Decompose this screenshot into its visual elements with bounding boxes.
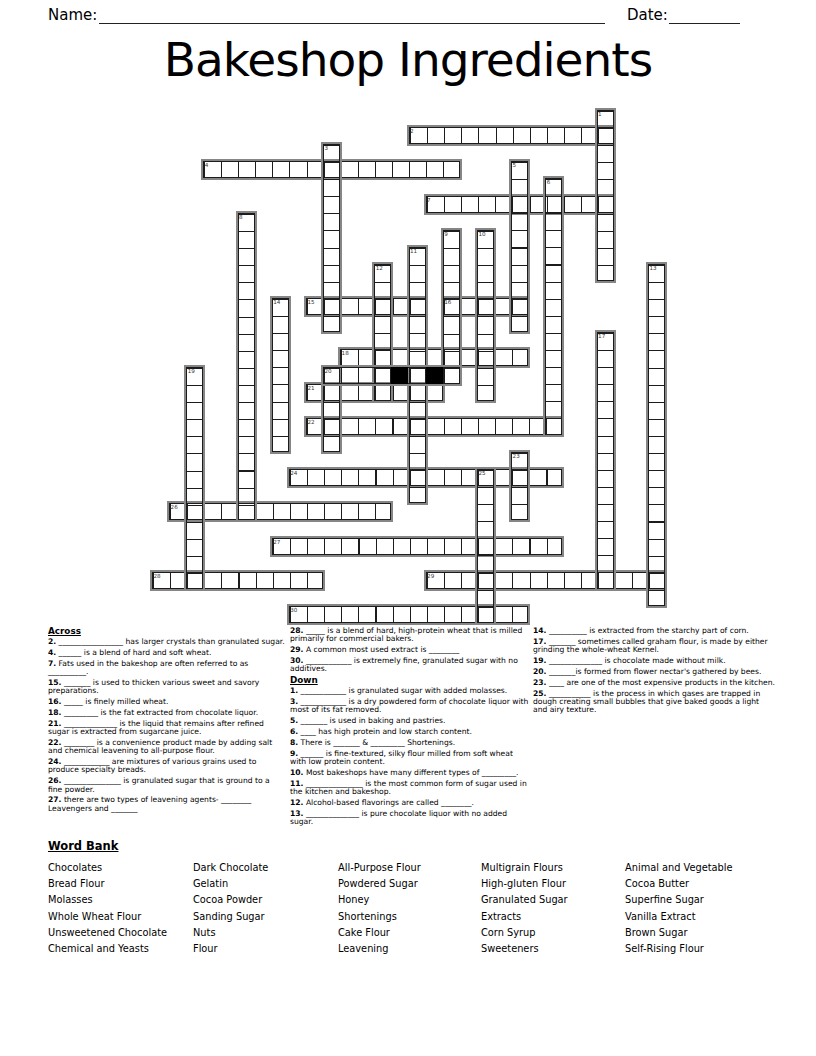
word-run-outline [270,296,291,454]
cell-dividers [426,572,665,589]
clue-item: 8. There is _______ & _________ Shorteni… [290,739,530,747]
word-bank-word: High-gluten Flour [481,876,625,892]
clue-item: 20. _______is formed from flower nectar'… [533,668,775,676]
cell-number: 25 [478,470,485,476]
clue-item: 22. ________ is a convenience product ma… [48,739,286,756]
word-run-outline [236,211,257,523]
clue-item: 27. there are two types of leavening age… [48,796,286,813]
down-clues-column: 14. __________ is extracted from the sta… [533,627,775,717]
word-run-outline [475,228,496,403]
clue-item: 6. ____ has high protein and low starch … [290,728,530,736]
middle-clues-column: 28. _____ is a blend of hard, high-prote… [290,627,530,829]
down-header: Down [290,676,530,684]
word-bank-word: Dark Chocolate [193,860,338,876]
clue-item: 28. _____ is a blend of hard, high-prote… [290,627,530,644]
word-bank-word: All-Purpose Flour [338,860,481,876]
cell-dividers [477,230,494,401]
cell-number: 7 [427,197,431,203]
word-bank-word: Sweeteners [481,941,625,957]
cell-dividers [409,127,614,144]
word-bank-word: Corn Syrup [481,925,625,941]
cell-number: 29 [427,573,434,579]
cell-dividers [272,298,289,452]
clue-item: 11. _______________ is the most common f… [290,780,530,797]
word-run-outline [321,142,342,334]
clue-item: 1. ____________ is granulated sugar with… [290,687,530,695]
cell-number: 13 [649,265,656,271]
word-bank-word: Unsweetened Chocolate [48,925,193,941]
cell-dividers [272,538,563,555]
cell-number: 27 [273,539,280,545]
cell-dividers [238,213,255,521]
cell-dividers [511,161,528,332]
word-bank-word: Shortenings [338,909,481,925]
clue-item: 16. _____ is finely milled wheat. [48,698,286,706]
across-clues-list-2: 28. _____ is a blend of hard, high-prote… [290,627,530,674]
clue-item: 29. A common most used extract is ______… [290,646,530,654]
word-bank-word: Brown Sugar [625,925,788,941]
cell-number: 15 [307,299,314,305]
cell-number: 28 [154,573,161,579]
word-bank: Word Bank ChocolatesDark ChocolateAll-Pu… [48,839,788,957]
clue-item: 18. _________ is the fat extracted from … [48,709,286,717]
clue-item: 15. _______ is used to thicken various s… [48,679,286,696]
clue-item: 30. ____________ is extremely fine, gran… [290,657,530,674]
word-bank-word: Animal and Vegetable [625,860,788,876]
cell-number: 20 [325,368,332,374]
cell-number: 19 [188,368,195,374]
cell-number: 30 [290,607,297,613]
word-bank-word: Leavening [338,941,481,957]
word-run-outline [543,176,564,437]
word-run-outline [441,228,462,386]
down-clues-list-2: 14. __________ is extracted from the sta… [533,627,775,715]
clue-item: 25. ___________ is the process in which … [533,690,775,715]
cell-dividers [477,469,494,623]
clue-item: 7. Fats used in the bakeshop are often r… [48,660,286,677]
clue-item: 9. ______ is fine-textured, silky flour … [290,750,530,767]
word-bank-word: Granulated Sugar [481,892,625,908]
clue-item: 12. Alcohol-based flavorings are called … [290,799,530,807]
word-run-outline [595,330,616,591]
worksheet-page: Name: Date: Bakeshop Ingredients 1234567… [0,0,816,1056]
word-run-outline [150,570,325,591]
cell-number: 17 [598,333,605,339]
word-bank-word: Cocoa Powder [193,892,338,908]
word-bank-word: Whole Wheat Flour [48,909,193,925]
word-run-outline [646,262,667,608]
word-bank-word: Sanding Sugar [193,909,338,925]
cell-number: 6 [547,179,551,185]
cell-number: 12 [376,265,383,271]
clue-item: 21. ______________ is the liquid that re… [48,720,286,737]
cell-number: 2 [410,128,414,134]
word-run-outline [475,467,496,625]
cell-number: 18 [342,350,349,356]
word-run-outline [509,450,530,522]
clue-item: 10. Most bakeshops have many different t… [290,769,530,777]
word-bank-word: Bread Flour [48,876,193,892]
word-bank-word: Extracts [481,909,625,925]
black-cell [391,367,408,384]
cell-number: 22 [307,419,314,425]
clue-item: 24. ____________ are mixtures of various… [48,758,286,775]
word-bank-word: Self-Rising Flour [625,941,788,957]
word-bank-word: Chocolates [48,860,193,876]
word-run-outline [424,570,667,591]
cell-number: 4 [205,162,209,168]
word-bank-word: Nuts [193,925,338,941]
clue-item: 23. ____ are one of the most expensive p… [533,679,775,687]
cell-number: 1 [598,111,602,117]
clue-item: 3. ____________ is a dry powdered form o… [290,698,530,715]
cell-number: 3 [325,145,329,151]
cell-dividers [511,452,528,520]
clue-item: 2. _________________ has larger crystals… [48,638,286,646]
cell-dividers [648,264,665,606]
clue-item: 17. _______ sometimes called graham flou… [533,638,775,655]
word-bank-word: Multigrain Flours [481,860,625,876]
cell-dividers [186,367,203,589]
word-bank-grid: ChocolatesDark ChocolateAll-Purpose Flou… [48,860,788,957]
word-run-outline [304,416,565,437]
cell-number: 16 [444,299,451,305]
word-bank-word: Vanilla Extract [625,909,788,925]
cell-number: 8 [239,214,243,220]
word-bank-word: Gelatin [193,876,338,892]
cell-number: 21 [307,385,314,391]
cell-number: 24 [290,470,297,476]
word-run-outline [595,108,616,283]
cell-number: 26 [171,504,178,510]
cell-dividers [597,110,614,281]
cell-number: 9 [444,231,448,237]
clue-item: 13. ______________ is pure chocolate liq… [290,810,530,827]
word-bank-word: Powdered Sugar [338,876,481,892]
cell-number: 23 [513,453,520,459]
cell-dividers [545,178,562,435]
cell-dividers [323,144,340,332]
cell-number: 5 [513,162,517,168]
black-cell [426,367,443,384]
across-clues-column: Across 2. _________________ has larger c… [48,627,286,816]
cell-dividers [443,230,460,384]
word-bank-header: Word Bank [48,839,788,853]
cell-number: 14 [273,299,280,305]
across-header: Across [48,627,286,635]
clue-item: 19. ______________ is chocolate made wit… [533,657,775,665]
clue-item: 14. __________ is extracted from the sta… [533,627,775,635]
clue-item: 26. _______________ is granulated sugar … [48,777,286,794]
down-clues-list-1: 1. ____________ is granulated sugar with… [290,687,530,827]
word-bank-word: Cocoa Butter [625,876,788,892]
cell-dividers [306,418,563,435]
across-clues-list-1: 2. _________________ has larger crystals… [48,638,286,813]
word-run-outline [270,536,565,557]
cell-dividers [597,332,614,589]
word-bank-word: Cake Flour [338,925,481,941]
word-bank-word: Chemical and Yeasts [48,941,193,957]
word-bank-word: Molasses [48,892,193,908]
clue-item: 4. ______ is a blend of hard and soft wh… [48,649,286,657]
word-run-outline [184,365,205,591]
word-bank-word: Honey [338,892,481,908]
cell-number: 11 [410,248,417,254]
clue-item: 5. _______ is used in baking and pastrie… [290,717,530,725]
cell-number: 10 [478,231,485,237]
word-run-outline [407,125,616,146]
cell-dividers [152,572,323,589]
word-bank-word: Superfine Sugar [625,892,788,908]
word-run-outline [509,159,530,334]
word-bank-word: Flour [193,941,338,957]
